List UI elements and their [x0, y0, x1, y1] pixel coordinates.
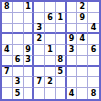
cell-r7c4[interactable] — [34, 67, 45, 78]
cell-r3c8[interactable] — [77, 24, 88, 35]
cell-r7c1[interactable]: 7 — [2, 67, 13, 78]
cell-r7c8[interactable] — [77, 67, 88, 78]
cell-r9c6[interactable] — [56, 88, 67, 99]
cell-r6c4[interactable] — [34, 56, 45, 67]
cell-r3c9[interactable]: 4 — [88, 24, 99, 35]
cell-r6c3[interactable]: 3 — [24, 56, 35, 67]
cell-r4c8[interactable]: 4 — [77, 34, 88, 45]
cell-r4c5[interactable] — [45, 34, 56, 45]
cell-r9c5[interactable] — [45, 88, 56, 99]
cell-r6c7[interactable] — [67, 56, 78, 67]
cell-r5c3[interactable]: 9 — [24, 45, 35, 56]
cell-r2c9[interactable] — [88, 13, 99, 24]
cell-r2c4[interactable] — [34, 13, 45, 24]
cell-r3c2[interactable] — [13, 24, 24, 35]
cell-r4c7[interactable]: 9 — [67, 34, 78, 45]
cell-r8c1[interactable] — [2, 77, 13, 88]
cell-r3c1[interactable] — [2, 24, 13, 35]
cell-r7c6[interactable]: 5 — [56, 67, 67, 78]
cell-r7c7[interactable] — [67, 67, 78, 78]
cell-r8c2[interactable]: 3 — [13, 77, 24, 88]
cell-r2c7[interactable] — [67, 13, 78, 24]
cell-r5c6[interactable] — [56, 45, 67, 56]
cell-r9c7[interactable]: 4 — [67, 88, 78, 99]
cell-r9c2[interactable]: 5 — [13, 88, 24, 99]
cell-r6c8[interactable] — [77, 56, 88, 67]
cell-r8c9[interactable] — [88, 77, 99, 88]
cell-r1c6[interactable] — [56, 2, 67, 13]
cell-r6c1[interactable] — [2, 56, 13, 67]
cell-r2c1[interactable] — [2, 13, 13, 24]
cell-r8c3[interactable] — [24, 77, 35, 88]
cell-r8c4[interactable]: 7 — [34, 77, 45, 88]
cell-r3c5[interactable] — [45, 24, 56, 35]
cell-r2c2[interactable] — [13, 13, 24, 24]
cell-r1c9[interactable] — [88, 2, 99, 13]
cell-r5c2[interactable] — [13, 45, 24, 56]
cell-r7c3[interactable] — [24, 67, 35, 78]
cell-r1c4[interactable] — [34, 2, 45, 13]
cell-r7c5[interactable] — [45, 67, 56, 78]
cell-r5c7[interactable]: 3 — [67, 45, 78, 56]
cell-r9c1[interactable] — [2, 88, 13, 99]
cell-r3c4[interactable]: 3 — [34, 24, 45, 35]
cell-r4c4[interactable]: 2 — [34, 34, 45, 45]
cell-r6c6[interactable]: 8 — [56, 56, 67, 67]
cell-r2c8[interactable]: 9 — [77, 13, 88, 24]
cell-r6c5[interactable] — [45, 56, 56, 67]
cell-r8c6[interactable] — [56, 77, 67, 88]
cell-r5c5[interactable]: 1 — [45, 45, 56, 56]
cell-r4c1[interactable] — [2, 34, 13, 45]
cell-r4c6[interactable] — [56, 34, 67, 45]
cell-r6c9[interactable] — [88, 56, 99, 67]
cell-r8c5[interactable]: 2 — [45, 77, 56, 88]
cell-r8c8[interactable] — [77, 77, 88, 88]
cell-r9c8[interactable] — [77, 88, 88, 99]
cell-r1c2[interactable] — [13, 2, 24, 13]
cell-r1c1[interactable]: 8 — [2, 2, 13, 13]
cell-r1c5[interactable] — [45, 2, 56, 13]
cell-r8c7[interactable] — [67, 77, 78, 88]
cell-r3c3[interactable] — [24, 24, 35, 35]
cell-r9c4[interactable] — [34, 88, 45, 99]
cell-r6c2[interactable]: 6 — [13, 56, 24, 67]
cell-r4c2[interactable] — [13, 34, 24, 45]
cell-r3c6[interactable] — [56, 24, 67, 35]
cell-r5c1[interactable]: 4 — [2, 45, 13, 56]
cell-r2c5[interactable]: 6 — [45, 13, 56, 24]
cell-r3c7[interactable] — [67, 24, 78, 35]
cell-r7c9[interactable] — [88, 67, 99, 78]
cell-r5c8[interactable] — [77, 45, 88, 56]
sudoku-board: 812619342944913663875372548 — [0, 0, 101, 101]
cell-r2c3[interactable] — [24, 13, 35, 24]
cell-r1c3[interactable]: 1 — [24, 2, 35, 13]
cell-r5c4[interactable] — [34, 45, 45, 56]
cell-r1c7[interactable] — [67, 2, 78, 13]
cell-r5c9[interactable]: 6 — [88, 45, 99, 56]
cell-r4c3[interactable] — [24, 34, 35, 45]
cell-r9c9[interactable]: 8 — [88, 88, 99, 99]
cell-r4c9[interactable] — [88, 34, 99, 45]
cell-r2c6[interactable]: 1 — [56, 13, 67, 24]
cell-r9c3[interactable] — [24, 88, 35, 99]
cell-r1c8[interactable]: 2 — [77, 2, 88, 13]
cell-r7c2[interactable] — [13, 67, 24, 78]
